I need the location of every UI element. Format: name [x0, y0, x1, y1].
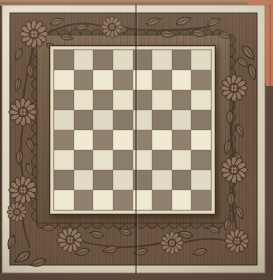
- square-r1c5[interactable]: [152, 70, 172, 90]
- square-r6c6[interactable]: [172, 170, 192, 190]
- square-r2c7[interactable]: [191, 90, 211, 110]
- square-r1c7[interactable]: [191, 70, 211, 90]
- square-r5c5[interactable]: [152, 150, 172, 170]
- square-r6c1[interactable]: [74, 170, 94, 190]
- square-r5c6[interactable]: [172, 150, 192, 170]
- square-r5c1[interactable]: [74, 150, 94, 170]
- square-r2c6[interactable]: [172, 90, 192, 110]
- square-r0c6[interactable]: [172, 50, 192, 70]
- square-r6c2[interactable]: [93, 170, 113, 190]
- square-r1c4[interactable]: [133, 70, 153, 90]
- square-r1c3[interactable]: [113, 70, 133, 90]
- square-r5c4[interactable]: [133, 150, 153, 170]
- square-r6c5[interactable]: [152, 170, 172, 190]
- square-r0c1[interactable]: [74, 50, 94, 70]
- square-r5c7[interactable]: [191, 150, 211, 170]
- square-r4c1[interactable]: [74, 130, 94, 150]
- square-r2c1[interactable]: [74, 90, 94, 110]
- square-r4c2[interactable]: [93, 130, 113, 150]
- chess-board: [54, 50, 211, 210]
- square-r3c1[interactable]: [74, 110, 94, 130]
- square-r4c5[interactable]: [152, 130, 172, 150]
- square-r6c4[interactable]: [133, 170, 153, 190]
- square-r2c0[interactable]: [54, 90, 74, 110]
- square-r3c3[interactable]: [113, 110, 133, 130]
- square-r0c5[interactable]: [152, 50, 172, 70]
- square-r1c6[interactable]: [172, 70, 192, 90]
- square-r7c2[interactable]: [93, 190, 113, 210]
- square-r3c6[interactable]: [172, 110, 192, 130]
- square-r7c3[interactable]: [113, 190, 133, 210]
- square-r6c0[interactable]: [54, 170, 74, 190]
- square-r2c2[interactable]: [93, 90, 113, 110]
- square-r0c3[interactable]: [113, 50, 133, 70]
- square-r3c5[interactable]: [152, 110, 172, 130]
- square-r1c2[interactable]: [93, 70, 113, 90]
- square-r2c4[interactable]: [133, 90, 153, 110]
- square-r0c2[interactable]: [93, 50, 113, 70]
- square-r0c7[interactable]: [191, 50, 211, 70]
- square-r7c0[interactable]: [54, 190, 74, 210]
- square-r6c3[interactable]: [113, 170, 133, 190]
- square-r5c2[interactable]: [93, 150, 113, 170]
- square-r0c4[interactable]: [133, 50, 153, 70]
- square-r5c3[interactable]: [113, 150, 133, 170]
- square-r3c2[interactable]: [93, 110, 113, 130]
- square-r0c0[interactable]: [54, 50, 74, 70]
- square-r4c6[interactable]: [172, 130, 192, 150]
- square-r7c4[interactable]: [133, 190, 153, 210]
- box-right-edge: [265, 86, 273, 280]
- square-r6c7[interactable]: [191, 170, 211, 190]
- square-r7c7[interactable]: [191, 190, 211, 210]
- square-r3c7[interactable]: [191, 110, 211, 130]
- square-r7c5[interactable]: [152, 190, 172, 210]
- square-r4c3[interactable]: [113, 130, 133, 150]
- square-r4c4[interactable]: [133, 130, 153, 150]
- square-r7c6[interactable]: [172, 190, 192, 210]
- photo-of-carved-chess-board: [0, 0, 273, 280]
- square-r1c0[interactable]: [54, 70, 74, 90]
- chess-board-panel: [49, 45, 216, 215]
- box-bottom-edge: [0, 273, 273, 280]
- square-r2c3[interactable]: [113, 90, 133, 110]
- square-r5c0[interactable]: [54, 150, 74, 170]
- square-r4c0[interactable]: [54, 130, 74, 150]
- square-r2c5[interactable]: [152, 90, 172, 110]
- square-r3c4[interactable]: [133, 110, 153, 130]
- square-r4c7[interactable]: [191, 130, 211, 150]
- square-r7c1[interactable]: [74, 190, 94, 210]
- square-r1c1[interactable]: [74, 70, 94, 90]
- square-r3c0[interactable]: [54, 110, 74, 130]
